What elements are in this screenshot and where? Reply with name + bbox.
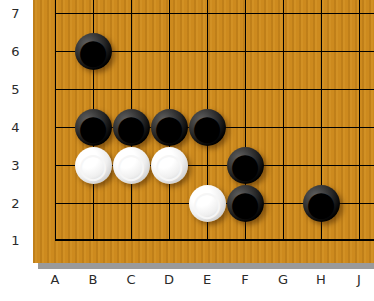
- black-stone-D4[interactable]: ●: [151, 109, 188, 146]
- white-stone-C3[interactable]: ○: [113, 147, 150, 184]
- black-stone-B4[interactable]: ●: [75, 109, 112, 146]
- column-label-G: G: [278, 272, 288, 287]
- black-stone-F2[interactable]: ●: [227, 185, 264, 222]
- white-stone-D3[interactable]: ○: [151, 147, 188, 184]
- black-stone-F3[interactable]: ●: [227, 147, 264, 184]
- column-label-A: A: [51, 272, 60, 287]
- stones-layer: ●●●●●○○○●○●●: [36, 0, 374, 260]
- white-stone-E2[interactable]: ○: [189, 185, 226, 222]
- row-label-4: 4: [0, 120, 31, 135]
- go-board-screen: ●●●●●○○○●○●● 7654321 ABCDEFGHJ: [0, 0, 374, 301]
- column-label-E: E: [203, 272, 211, 287]
- column-label-H: H: [316, 272, 326, 287]
- column-label-F: F: [241, 272, 248, 287]
- column-label-D: D: [164, 272, 174, 287]
- white-stone-B3[interactable]: ○: [75, 147, 112, 184]
- row-label-1: 1: [0, 233, 31, 248]
- board-shadow: [38, 263, 374, 269]
- column-label-B: B: [89, 272, 98, 287]
- black-stone-C4[interactable]: ●: [113, 109, 150, 146]
- column-label-C: C: [126, 272, 135, 287]
- row-label-7: 7: [0, 6, 31, 21]
- black-stone-E4[interactable]: ●: [189, 109, 226, 146]
- column-label-J: J: [357, 272, 361, 287]
- row-label-2: 2: [0, 196, 31, 211]
- row-label-6: 6: [0, 44, 31, 59]
- black-stone-B6[interactable]: ●: [75, 33, 112, 70]
- black-stone-H2[interactable]: ●: [303, 185, 340, 222]
- row-label-3: 3: [0, 158, 31, 173]
- row-label-5: 5: [0, 82, 31, 97]
